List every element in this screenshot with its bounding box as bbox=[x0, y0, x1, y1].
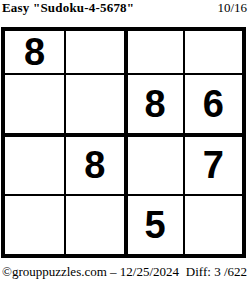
cell-r1c3[interactable] bbox=[124, 31, 183, 73]
footer: ©grouppuzzles.com – 12/25/2024 Diff: 3 /… bbox=[2, 264, 247, 279]
cell-r3c4[interactable]: 7 bbox=[183, 133, 242, 193]
cells-remaining-counter: 10/16 bbox=[217, 0, 247, 16]
cell-r4c1[interactable] bbox=[5, 194, 64, 254]
difficulty-text: Diff: 3 /622 bbox=[186, 264, 247, 279]
cell-r1c2[interactable] bbox=[64, 31, 123, 73]
cell-r3c1[interactable] bbox=[5, 133, 64, 193]
cell-r1c1[interactable]: 8 bbox=[5, 31, 64, 73]
header: Easy "Sudoku-4-5678" 10/16 bbox=[2, 0, 247, 16]
cell-r1c4[interactable] bbox=[183, 31, 242, 73]
cell-r4c2[interactable] bbox=[64, 194, 123, 254]
cell-r2c4[interactable]: 6 bbox=[183, 73, 242, 133]
cell-r3c3[interactable] bbox=[124, 133, 183, 193]
puzzle-page: Easy "Sudoku-4-5678" 10/16 8 8 6 8 7 5 ©… bbox=[0, 0, 248, 282]
cell-r2c1[interactable] bbox=[5, 73, 64, 133]
cell-r4c3[interactable]: 5 bbox=[124, 194, 183, 254]
cell-r4c4[interactable] bbox=[183, 194, 242, 254]
cell-r2c3[interactable]: 8 bbox=[124, 73, 183, 133]
puzzle-title: Easy "Sudoku-4-5678" bbox=[2, 0, 134, 16]
copyright-date-text: ©grouppuzzles.com – 12/25/2024 bbox=[2, 264, 179, 279]
cell-r2c2[interactable] bbox=[64, 73, 123, 133]
cell-r3c2[interactable]: 8 bbox=[64, 133, 123, 193]
sudoku-board: 8 8 6 8 7 5 bbox=[1, 27, 246, 258]
